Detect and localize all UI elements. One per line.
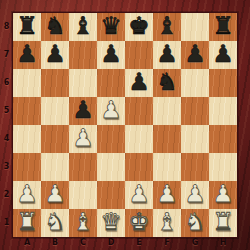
square-a6[interactable] (13, 69, 41, 97)
square-g2[interactable]: ♟ (181, 181, 209, 209)
square-a2[interactable]: ♟ (13, 181, 41, 209)
square-b1[interactable]: ♞ (41, 209, 69, 237)
piece-white-bishop: ♝ (72, 210, 94, 234)
square-h7[interactable]: ♟ (209, 41, 237, 69)
piece-white-knight: ♞ (184, 210, 206, 234)
piece-white-queen: ♛ (100, 210, 122, 234)
rank-label-7: 7 (0, 41, 13, 69)
square-d8[interactable]: ♛ (97, 13, 125, 41)
file-label-d: D (97, 237, 125, 250)
piece-white-pawn: ♟ (184, 182, 206, 206)
rank-label-8: 8 (0, 13, 13, 41)
rank-label-4: 4 (0, 125, 13, 153)
square-d3[interactable] (97, 153, 125, 181)
square-g3[interactable] (181, 153, 209, 181)
piece-black-pawn: ♟ (16, 42, 38, 66)
square-f4[interactable] (153, 125, 181, 153)
rank-label-5: 5 (0, 97, 13, 125)
chess-board-frame: ♜♞♝♛♚♝♜♟♟♟♟♟♟♟♞♟♟♟♟♟♟♟♟♟♜♞♝♛♚♝♞♜ 8765432… (0, 0, 250, 250)
square-e6[interactable]: ♟ (125, 69, 153, 97)
square-g4[interactable] (181, 125, 209, 153)
square-g6[interactable] (181, 69, 209, 97)
square-a1[interactable]: ♜ (13, 209, 41, 237)
square-h4[interactable] (209, 125, 237, 153)
square-b7[interactable]: ♟ (41, 41, 69, 69)
square-a5[interactable] (13, 97, 41, 125)
square-h8[interactable]: ♜ (209, 13, 237, 41)
piece-black-pawn: ♟ (72, 98, 94, 122)
square-h6[interactable] (209, 69, 237, 97)
piece-white-pawn: ♟ (16, 182, 38, 206)
square-f6[interactable]: ♞ (153, 69, 181, 97)
piece-white-bishop: ♝ (156, 210, 178, 234)
square-b4[interactable] (41, 125, 69, 153)
square-c6[interactable] (69, 69, 97, 97)
piece-white-pawn: ♟ (44, 182, 66, 206)
piece-white-rook: ♜ (16, 210, 38, 234)
piece-white-rook: ♜ (212, 210, 234, 234)
square-e8[interactable]: ♚ (125, 13, 153, 41)
square-b6[interactable] (41, 69, 69, 97)
piece-black-pawn: ♟ (156, 42, 178, 66)
piece-white-pawn: ♟ (128, 182, 150, 206)
piece-black-knight: ♞ (156, 70, 178, 94)
square-g1[interactable]: ♞ (181, 209, 209, 237)
square-a3[interactable] (13, 153, 41, 181)
piece-black-bishop: ♝ (156, 14, 178, 38)
file-label-a: A (13, 237, 41, 250)
piece-white-pawn: ♟ (212, 182, 234, 206)
square-e7[interactable] (125, 41, 153, 69)
square-b2[interactable]: ♟ (41, 181, 69, 209)
square-a7[interactable]: ♟ (13, 41, 41, 69)
rank-label-6: 6 (0, 69, 13, 97)
piece-white-knight: ♞ (44, 210, 66, 234)
piece-black-queen: ♛ (100, 14, 122, 38)
square-d2[interactable] (97, 181, 125, 209)
square-c1[interactable]: ♝ (69, 209, 97, 237)
file-label-e: E (125, 237, 153, 250)
square-a8[interactable]: ♜ (13, 13, 41, 41)
square-e3[interactable] (125, 153, 153, 181)
rank-label-2: 2 (0, 181, 13, 209)
square-f3[interactable] (153, 153, 181, 181)
rank-label-1: 1 (0, 209, 13, 237)
square-b5[interactable] (41, 97, 69, 125)
chess-board: ♜♞♝♛♚♝♜♟♟♟♟♟♟♟♞♟♟♟♟♟♟♟♟♟♜♞♝♛♚♝♞♜ (13, 13, 237, 237)
square-c5[interactable]: ♟ (69, 97, 97, 125)
square-e5[interactable] (125, 97, 153, 125)
square-d1[interactable]: ♛ (97, 209, 125, 237)
file-label-c: C (69, 237, 97, 250)
piece-white-pawn: ♟ (100, 98, 122, 122)
square-h2[interactable]: ♟ (209, 181, 237, 209)
square-e1[interactable]: ♚ (125, 209, 153, 237)
square-c4[interactable]: ♟ (69, 125, 97, 153)
square-f5[interactable] (153, 97, 181, 125)
piece-white-pawn: ♟ (156, 182, 178, 206)
rank-label-3: 3 (0, 153, 13, 181)
square-h5[interactable] (209, 97, 237, 125)
square-g5[interactable] (181, 97, 209, 125)
piece-white-pawn: ♟ (72, 126, 94, 150)
square-f7[interactable]: ♟ (153, 41, 181, 69)
piece-white-king: ♚ (128, 210, 150, 234)
square-b3[interactable] (41, 153, 69, 181)
file-label-g: G (181, 237, 209, 250)
file-label-b: B (41, 237, 69, 250)
piece-black-pawn: ♟ (44, 42, 66, 66)
square-d6[interactable] (97, 69, 125, 97)
square-f1[interactable]: ♝ (153, 209, 181, 237)
square-c7[interactable] (69, 41, 97, 69)
square-h1[interactable]: ♜ (209, 209, 237, 237)
piece-black-pawn: ♟ (100, 42, 122, 66)
square-c3[interactable] (69, 153, 97, 181)
square-g8[interactable] (181, 13, 209, 41)
file-label-f: F (153, 237, 181, 250)
square-a4[interactable] (13, 125, 41, 153)
piece-black-king: ♚ (128, 14, 150, 38)
piece-black-pawn: ♟ (184, 42, 206, 66)
square-c8[interactable]: ♝ (69, 13, 97, 41)
square-d4[interactable] (97, 125, 125, 153)
piece-black-pawn: ♟ (128, 70, 150, 94)
square-d7[interactable]: ♟ (97, 41, 125, 69)
piece-black-pawn: ♟ (212, 42, 234, 66)
square-e4[interactable] (125, 125, 153, 153)
square-c2[interactable] (69, 181, 97, 209)
square-d5[interactable]: ♟ (97, 97, 125, 125)
piece-black-rook: ♜ (16, 14, 38, 38)
square-g7[interactable]: ♟ (181, 41, 209, 69)
piece-black-bishop: ♝ (72, 14, 94, 38)
piece-black-rook: ♜ (212, 14, 234, 38)
square-f2[interactable]: ♟ (153, 181, 181, 209)
square-h3[interactable] (209, 153, 237, 181)
piece-black-knight: ♞ (44, 14, 66, 38)
square-e2[interactable]: ♟ (125, 181, 153, 209)
square-f8[interactable]: ♝ (153, 13, 181, 41)
square-b8[interactable]: ♞ (41, 13, 69, 41)
file-label-h: H (209, 237, 237, 250)
